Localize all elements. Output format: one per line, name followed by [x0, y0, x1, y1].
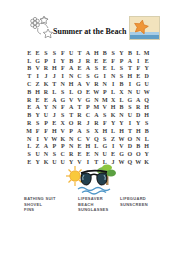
- grid-cell[interactable]: H: [67, 80, 75, 88]
- grid-cell[interactable]: V: [67, 96, 75, 104]
- grid-cell[interactable]: S: [92, 65, 100, 73]
- grid-cell[interactable]: E: [101, 57, 109, 65]
- grid-cell[interactable]: H: [50, 65, 58, 73]
- grid-cell[interactable]: I: [126, 80, 134, 88]
- grid-cell[interactable]: F: [101, 119, 109, 127]
- grid-cell[interactable]: F: [59, 104, 67, 112]
- grid-cell[interactable]: M: [92, 104, 100, 112]
- grid-cell[interactable]: H: [84, 143, 92, 151]
- word-list-item[interactable]: FINS: [24, 207, 56, 213]
- grid-cell[interactable]: A: [33, 104, 41, 112]
- grid-cell[interactable]: R: [67, 150, 75, 158]
- grid-cell[interactable]: S: [42, 49, 50, 57]
- grid-cell[interactable]: O: [67, 119, 75, 127]
- word-search-grid[interactable]: EESSFUTAHBSYBLMLGPIYBJREEFPAIEBVRHFAEASE…: [25, 49, 151, 166]
- grid-cell[interactable]: R: [75, 119, 83, 127]
- grid-cell[interactable]: C: [75, 135, 83, 143]
- grid-cell[interactable]: E: [33, 49, 41, 57]
- grid-cell[interactable]: S: [142, 119, 150, 127]
- grid-cell[interactable]: Q: [142, 96, 150, 104]
- grid-cell[interactable]: E: [25, 49, 33, 57]
- grid-cell[interactable]: Y: [33, 158, 41, 166]
- grid-cell[interactable]: J: [75, 57, 83, 65]
- grid-cell[interactable]: L: [117, 96, 125, 104]
- grid-cell[interactable]: T: [67, 111, 75, 119]
- grid-cell[interactable]: N: [92, 96, 100, 104]
- grid-cell[interactable]: S: [84, 127, 92, 135]
- grid-cell[interactable]: Y: [134, 119, 142, 127]
- grid-cell[interactable]: I: [126, 119, 134, 127]
- sun-sunglasses-beach-image: [66, 163, 116, 196]
- word-list-column-2: LIFESAVERBEACHSUNGLASSES: [78, 196, 109, 213]
- grid-cell[interactable]: K: [59, 135, 67, 143]
- grid-cell[interactable]: M: [25, 127, 33, 135]
- grid-cell[interactable]: P: [101, 88, 109, 96]
- grid-cell[interactable]: A: [67, 65, 75, 73]
- grid-cell[interactable]: M: [101, 96, 109, 104]
- word-list-item[interactable]: LIFEGUARD: [120, 196, 148, 202]
- grid-cell[interactable]: U: [142, 80, 150, 88]
- grid-cell[interactable]: D: [126, 143, 134, 151]
- grid-cell[interactable]: W: [142, 88, 150, 96]
- grid-cell[interactable]: F: [59, 65, 67, 73]
- grid-cell[interactable]: L: [67, 88, 75, 96]
- grid-cell[interactable]: B: [25, 65, 33, 73]
- grid-cell[interactable]: I: [134, 57, 142, 65]
- page-title: Summer at the Beach: [53, 27, 139, 36]
- grid-cell[interactable]: E: [33, 96, 41, 104]
- grid-cell[interactable]: E: [75, 65, 83, 73]
- grid-cell[interactable]: E: [92, 57, 100, 65]
- grid-cell[interactable]: W: [92, 88, 100, 96]
- grid-cell[interactable]: S: [50, 150, 58, 158]
- grid-cell[interactable]: N: [67, 143, 75, 151]
- grid-cell[interactable]: I: [101, 72, 109, 80]
- grid-cell[interactable]: E: [134, 72, 142, 80]
- grid-cell[interactable]: R: [92, 119, 100, 127]
- grid-cell[interactable]: L: [134, 49, 142, 57]
- grid-cell[interactable]: U: [67, 49, 75, 57]
- grid-cell[interactable]: G: [117, 150, 125, 158]
- grid-cell[interactable]: G: [134, 80, 142, 88]
- grid-cell[interactable]: S: [117, 72, 125, 80]
- grid-cell[interactable]: G: [92, 72, 100, 80]
- grid-cell[interactable]: F: [59, 49, 67, 57]
- grid-cell[interactable]: S: [59, 111, 67, 119]
- grid-cell[interactable]: G: [126, 96, 134, 104]
- grid-cell[interactable]: P: [59, 143, 67, 151]
- grid-cell[interactable]: N: [126, 88, 134, 96]
- grid-cell[interactable]: X: [92, 127, 100, 135]
- grid-cell[interactable]: E: [42, 96, 50, 104]
- grid-cell[interactable]: S: [126, 104, 134, 112]
- grid-cell[interactable]: U: [101, 150, 109, 158]
- grid-cell[interactable]: R: [42, 65, 50, 73]
- word-list: BATHING SUITSHOVELFINS LIFESAVERBEACHSUN…: [0, 196, 180, 216]
- grid-cell[interactable]: T: [75, 49, 83, 57]
- word-list-item[interactable]: BATHING SUIT: [24, 196, 56, 202]
- grid-cell[interactable]: K: [109, 111, 117, 119]
- grid-cell[interactable]: G: [101, 143, 109, 151]
- grid-cell[interactable]: H: [50, 127, 58, 135]
- grid-cell[interactable]: F: [109, 57, 117, 65]
- worksheet-page: Summer at the Beach EESSFUTAHBSYBLMLGPIY…: [0, 0, 180, 256]
- grid-cell[interactable]: L: [25, 57, 33, 65]
- grid-cell[interactable]: R: [134, 104, 142, 112]
- grid-cell[interactable]: X: [117, 88, 125, 96]
- grid-cell[interactable]: B: [134, 143, 142, 151]
- grid-cell[interactable]: A: [84, 65, 92, 73]
- grid-cell[interactable]: F: [42, 127, 50, 135]
- grid-cell[interactable]: B: [117, 80, 125, 88]
- grid-cell[interactable]: E: [101, 65, 109, 73]
- grid-cell[interactable]: R: [75, 111, 83, 119]
- grid-cell[interactable]: H: [101, 127, 109, 135]
- grid-cell[interactable]: Y: [117, 49, 125, 57]
- grid-cell[interactable]: J: [50, 111, 58, 119]
- grid-cell[interactable]: P: [117, 57, 125, 65]
- grid-cell[interactable]: T: [75, 104, 83, 112]
- grid-cell[interactable]: E: [109, 150, 117, 158]
- grid-cell[interactable]: B: [117, 104, 125, 112]
- grid-cell[interactable]: Y: [59, 57, 67, 65]
- grid-cell[interactable]: H: [134, 127, 142, 135]
- grid-cell[interactable]: O: [75, 88, 83, 96]
- grid-cell[interactable]: L: [109, 65, 117, 73]
- grid-cell[interactable]: H: [126, 72, 134, 80]
- grid-cell[interactable]: Z: [33, 80, 41, 88]
- grid-cell[interactable]: H: [142, 143, 150, 151]
- grid-cell[interactable]: N: [134, 135, 142, 143]
- grid-cell[interactable]: S: [117, 65, 125, 73]
- word-list-item[interactable]: SUNSCREEN: [120, 202, 148, 208]
- grid-cell[interactable]: Y: [117, 119, 125, 127]
- grid-cell[interactable]: N: [50, 104, 58, 112]
- grid-cell[interactable]: S: [59, 88, 67, 96]
- grid-cell[interactable]: R: [25, 119, 33, 127]
- grid-cell[interactable]: L: [109, 127, 117, 135]
- grid-cell[interactable]: A: [75, 127, 83, 135]
- grid-cell[interactable]: N: [67, 72, 75, 80]
- grid-cell[interactable]: E: [25, 104, 33, 112]
- grid-cell[interactable]: M: [142, 49, 150, 57]
- grid-cell[interactable]: A: [50, 96, 58, 104]
- grid-cell[interactable]: V: [75, 96, 83, 104]
- grid-cell[interactable]: N: [101, 80, 109, 88]
- grid-cell[interactable]: I: [33, 72, 41, 80]
- grid-cell[interactable]: Q: [92, 135, 100, 143]
- grid-cell[interactable]: I: [33, 135, 41, 143]
- grid-cell[interactable]: P: [67, 127, 75, 135]
- grid-cell[interactable]: G: [59, 96, 67, 104]
- word-list-column-1: BATHING SUITSHOVELFINS: [24, 196, 56, 213]
- grid-cell[interactable]: N: [25, 135, 33, 143]
- grid-cell[interactable]: B: [25, 88, 33, 96]
- grid-cell[interactable]: T: [126, 65, 134, 73]
- grid-cell[interactable]: V: [59, 127, 67, 135]
- grid-cell[interactable]: C: [75, 72, 83, 80]
- grid-cell[interactable]: T: [126, 127, 134, 135]
- grid-cell[interactable]: E: [142, 57, 150, 65]
- grid-cell[interactable]: T: [25, 72, 33, 80]
- grid-cell[interactable]: R: [25, 96, 33, 104]
- grid-cell[interactable]: E: [75, 143, 83, 151]
- grid-cell[interactable]: B: [67, 57, 75, 65]
- grid-cell[interactable]: Y: [109, 119, 117, 127]
- grid-cell[interactable]: S: [109, 49, 117, 57]
- grid-cell[interactable]: S: [25, 150, 33, 158]
- grid-cell[interactable]: A: [134, 96, 142, 104]
- grid-cell[interactable]: U: [42, 111, 50, 119]
- word-list-item[interactable]: SUNGLASSES: [78, 207, 109, 213]
- grid-cell[interactable]: P: [42, 119, 50, 127]
- grid-cell[interactable]: Y: [142, 150, 150, 158]
- grid-cell[interactable]: S: [101, 111, 109, 119]
- grid-cell[interactable]: L: [50, 88, 58, 96]
- grid-cell[interactable]: R: [84, 57, 92, 65]
- waves-icon: [78, 188, 110, 195]
- grid-cell[interactable]: J: [42, 72, 50, 80]
- grid-cell[interactable]: G: [33, 57, 41, 65]
- grid-cell[interactable]: X: [109, 96, 117, 104]
- grid-cell[interactable]: S: [84, 72, 92, 80]
- grid-cell[interactable]: V: [84, 135, 92, 143]
- grid-cell[interactable]: N: [92, 150, 100, 158]
- grid-cell[interactable]: D: [134, 111, 142, 119]
- grid-cell[interactable]: P: [42, 57, 50, 65]
- grid-cell[interactable]: A: [84, 49, 92, 57]
- grid-cell[interactable]: Y: [42, 104, 50, 112]
- water-stripe-dark: [130, 35, 159, 39]
- grid-cell[interactable]: O: [126, 135, 134, 143]
- grid-cell[interactable]: S: [50, 49, 58, 57]
- grid-cell[interactable]: V: [117, 143, 125, 151]
- grid-cell[interactable]: I: [50, 57, 58, 65]
- grid-cell[interactable]: L: [109, 88, 117, 96]
- grid-cell[interactable]: N: [117, 111, 125, 119]
- grid-cell[interactable]: Z: [109, 135, 117, 143]
- grid-cell[interactable]: N: [42, 150, 50, 158]
- grid-cell[interactable]: R: [92, 80, 100, 88]
- grid-cell[interactable]: V: [33, 65, 41, 73]
- grid-cell[interactable]: E: [50, 119, 58, 127]
- grid-cell[interactable]: F: [134, 65, 142, 73]
- grid-cell[interactable]: U: [126, 111, 134, 119]
- grid-cell[interactable]: H: [33, 88, 41, 96]
- word-list-column-3: LIFEGUARDSUNSCREEN: [120, 196, 148, 207]
- grid-cell[interactable]: H: [117, 127, 125, 135]
- grid-cell[interactable]: J: [84, 119, 92, 127]
- grid-cell[interactable]: T: [50, 80, 58, 88]
- grid-cell[interactable]: F: [33, 127, 41, 135]
- grid-cell[interactable]: C: [84, 111, 92, 119]
- grid-cell[interactable]: D: [142, 72, 150, 80]
- grid-cell[interactable]: L: [92, 143, 100, 151]
- grid-cell[interactable]: Z: [33, 143, 41, 151]
- grid-cell[interactable]: K: [42, 80, 50, 88]
- grid-cell[interactable]: E: [84, 150, 92, 158]
- grid-cell[interactable]: J: [50, 72, 58, 80]
- grid-cell[interactable]: Y: [33, 111, 41, 119]
- grid-cell[interactable]: A: [67, 104, 75, 112]
- grid-cell[interactable]: U: [50, 158, 58, 166]
- starfish-beach-image: [129, 16, 160, 40]
- grid-cell[interactable]: N: [59, 80, 67, 88]
- grid-cell[interactable]: A: [126, 57, 134, 65]
- grid-cell[interactable]: W: [134, 158, 142, 166]
- grid-cell[interactable]: Q: [126, 158, 134, 166]
- grid-cell[interactable]: G: [84, 96, 92, 104]
- grid-cell[interactable]: R: [42, 88, 50, 96]
- grid-cell[interactable]: L: [142, 135, 150, 143]
- grid-cell[interactable]: W: [117, 135, 125, 143]
- grid-cell[interactable]: H: [92, 49, 100, 57]
- grid-cell[interactable]: B: [126, 49, 134, 57]
- grid-cell[interactable]: W: [117, 158, 125, 166]
- grid-cell[interactable]: K: [42, 158, 50, 166]
- grid-cell[interactable]: B: [25, 111, 33, 119]
- grid-cell[interactable]: C: [59, 150, 67, 158]
- grid-cell[interactable]: U: [134, 88, 142, 96]
- grid-cell[interactable]: K: [142, 158, 150, 166]
- grid-cell[interactable]: O: [134, 150, 142, 158]
- grid-cell[interactable]: Y: [142, 65, 150, 73]
- grid-cell[interactable]: B: [101, 49, 109, 57]
- grid-cell[interactable]: H: [142, 104, 150, 112]
- grid-cell[interactable]: N: [67, 135, 75, 143]
- grid-cell[interactable]: U: [33, 150, 41, 158]
- grid-cell[interactable]: C: [25, 80, 33, 88]
- grid-cell[interactable]: A: [42, 143, 50, 151]
- grid-cell[interactable]: X: [59, 119, 67, 127]
- grid-cell[interactable]: H: [142, 111, 150, 119]
- grid-cell[interactable]: H: [109, 104, 117, 112]
- grid-cell[interactable]: A: [75, 80, 83, 88]
- grid-cell[interactable]: O: [126, 150, 134, 158]
- grid-cell[interactable]: E: [25, 158, 33, 166]
- grid-cell[interactable]: E: [75, 150, 83, 158]
- grid-cell[interactable]: W: [50, 135, 58, 143]
- grid-cell[interactable]: V: [42, 135, 50, 143]
- grid-cell[interactable]: P: [84, 104, 92, 112]
- grid-cell[interactable]: I: [109, 143, 117, 151]
- grid-cell[interactable]: A: [92, 111, 100, 119]
- grid-cell[interactable]: I: [59, 72, 67, 80]
- grid-cell[interactable]: L: [25, 143, 33, 151]
- grid-cell[interactable]: I: [109, 80, 117, 88]
- grid-cell[interactable]: E: [84, 88, 92, 96]
- sunglasses-icon: [81, 171, 107, 185]
- grid-cell[interactable]: P: [50, 143, 58, 151]
- grid-cell[interactable]: B: [142, 127, 150, 135]
- grid-cell[interactable]: V: [101, 104, 109, 112]
- grid-cell[interactable]: V: [84, 80, 92, 88]
- grid-cell[interactable]: N: [109, 72, 117, 80]
- grid-cell[interactable]: S: [33, 119, 41, 127]
- starfish-icon: [133, 20, 149, 34]
- grid-cell[interactable]: S: [101, 135, 109, 143]
